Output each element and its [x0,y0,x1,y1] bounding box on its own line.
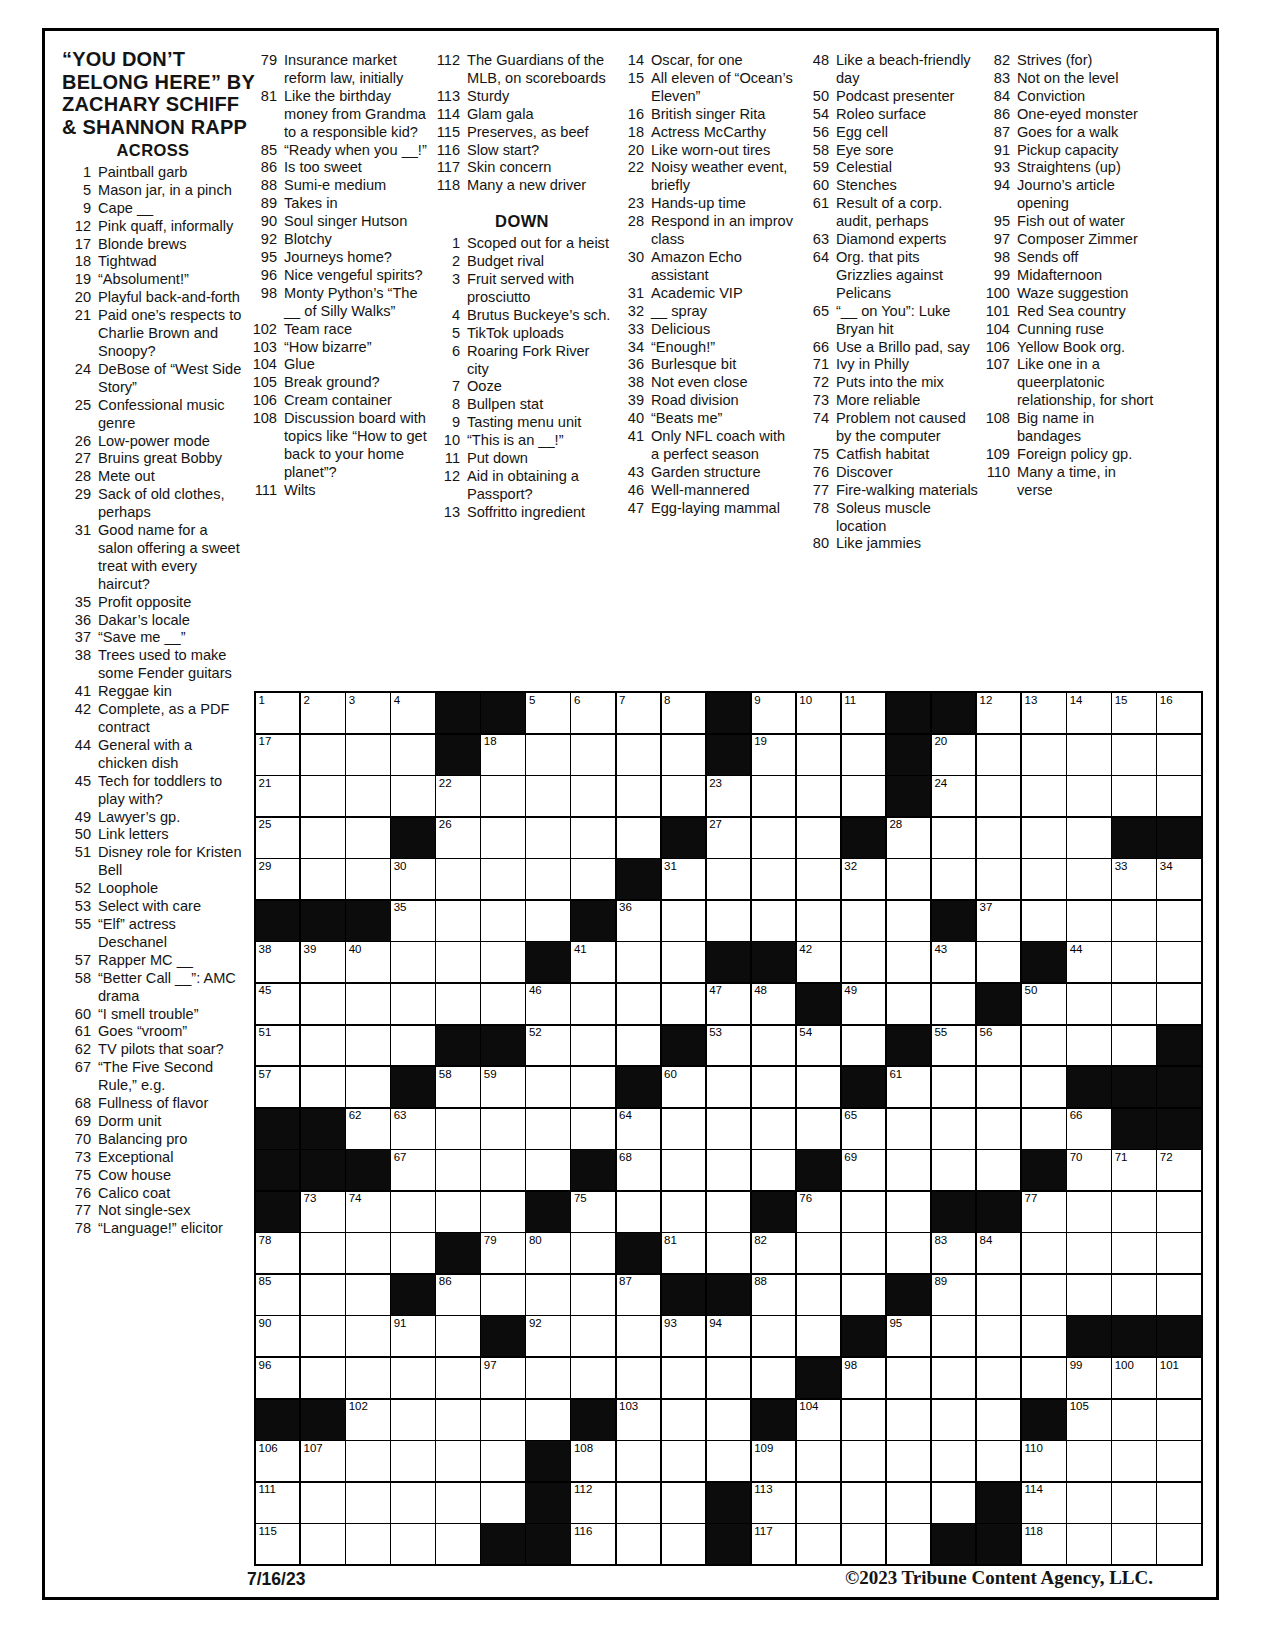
grid-cell[interactable] [526,901,569,941]
grid-cell[interactable] [481,1483,524,1523]
grid-cell[interactable] [707,859,750,899]
grid-cell[interactable] [1112,1524,1155,1564]
grid-cell[interactable] [977,1400,1020,1440]
grid-cell[interactable] [617,1026,660,1066]
grid-cell[interactable] [1022,735,1065,775]
grid-cell[interactable] [436,1400,479,1440]
grid-cell[interactable]: 76 [797,1192,840,1232]
grid-cell[interactable] [571,1275,614,1315]
grid-cell[interactable] [752,818,795,858]
grid-cell[interactable] [526,1400,569,1440]
grid-cell[interactable] [1067,859,1110,899]
grid-cell[interactable] [617,1524,660,1564]
grid-cell[interactable] [526,735,569,775]
grid-cell[interactable] [436,859,479,899]
grid-cell[interactable] [842,1233,885,1273]
grid-cell[interactable] [662,1109,705,1149]
grid-cell[interactable]: 53 [707,1026,750,1066]
grid-cell[interactable] [887,901,930,941]
grid-cell[interactable]: 29 [256,859,299,899]
grid-cell[interactable] [346,776,389,816]
grid-cell[interactable] [617,818,660,858]
grid-cell[interactable] [752,901,795,941]
grid-cell[interactable] [617,1358,660,1398]
grid-cell[interactable] [932,1109,975,1149]
grid-cell[interactable]: 113 [752,1483,795,1523]
grid-cell[interactable] [932,1150,975,1190]
grid-cell[interactable] [436,1524,479,1564]
grid-cell[interactable] [436,984,479,1024]
grid-cell[interactable]: 106 [256,1441,299,1481]
grid-cell[interactable] [662,1400,705,1440]
grid-cell[interactable]: 18 [481,735,524,775]
grid-cell[interactable] [752,776,795,816]
grid-cell[interactable]: 107 [301,1441,344,1481]
grid-cell[interactable]: 91 [391,1316,434,1356]
grid-cell[interactable] [346,1358,389,1398]
grid-cell[interactable] [1067,1233,1110,1273]
grid-cell[interactable]: 99 [1067,1358,1110,1398]
grid-cell[interactable] [1112,942,1155,982]
grid-cell[interactable]: 83 [932,1233,975,1273]
grid-cell[interactable] [301,1233,344,1273]
grid-cell[interactable]: 3 [346,693,389,733]
grid-cell[interactable]: 112 [571,1483,614,1523]
grid-cell[interactable] [346,1316,389,1356]
grid-cell[interactable]: 10 [797,693,840,733]
grid-cell[interactable] [436,1150,479,1190]
grid-cell[interactable]: 31 [662,859,705,899]
grid-cell[interactable] [346,1483,389,1523]
grid-cell[interactable]: 26 [436,818,479,858]
grid-cell[interactable] [391,1192,434,1232]
grid-cell[interactable] [301,1483,344,1523]
grid-cell[interactable] [977,1109,1020,1149]
grid-cell[interactable]: 24 [932,776,975,816]
grid-cell[interactable]: 51 [256,1026,299,1066]
grid-cell[interactable]: 13 [1022,693,1065,733]
grid-cell[interactable] [977,942,1020,982]
grid-cell[interactable] [887,1524,930,1564]
grid-cell[interactable] [1112,1275,1155,1315]
grid-cell[interactable]: 5 [526,693,569,733]
grid-cell[interactable] [977,776,1020,816]
grid-cell[interactable]: 40 [346,942,389,982]
grid-cell[interactable]: 77 [1022,1192,1065,1232]
grid-cell[interactable] [571,1316,614,1356]
grid-cell[interactable] [526,776,569,816]
grid-cell[interactable] [481,818,524,858]
grid-cell[interactable] [887,1192,930,1232]
grid-cell[interactable] [571,735,614,775]
grid-cell[interactable]: 70 [1067,1150,1110,1190]
grid-cell[interactable]: 92 [526,1316,569,1356]
grid-cell[interactable] [842,1192,885,1232]
grid-cell[interactable] [1022,1109,1065,1149]
grid-cell[interactable] [481,1275,524,1315]
grid-cell[interactable] [391,776,434,816]
grid-cell[interactable]: 49 [842,984,885,1024]
grid-cell[interactable] [1112,1441,1155,1481]
grid-cell[interactable] [346,818,389,858]
grid-cell[interactable]: 20 [932,735,975,775]
grid-cell[interactable] [1157,1441,1200,1481]
grid-cell[interactable] [1067,776,1110,816]
grid-cell[interactable] [752,1067,795,1107]
grid-cell[interactable]: 36 [617,901,660,941]
grid-cell[interactable] [391,1400,434,1440]
grid-cell[interactable] [391,735,434,775]
grid-cell[interactable]: 90 [256,1316,299,1356]
grid-cell[interactable] [797,1483,840,1523]
grid-cell[interactable] [797,776,840,816]
grid-cell[interactable] [346,1026,389,1066]
grid-cell[interactable]: 16 [1157,693,1200,733]
grid-cell[interactable]: 59 [481,1067,524,1107]
grid-cell[interactable]: 33 [1112,859,1155,899]
grid-cell[interactable] [932,984,975,1024]
grid-cell[interactable] [617,1483,660,1523]
grid-cell[interactable] [346,735,389,775]
grid-cell[interactable]: 42 [797,942,840,982]
grid-cell[interactable] [1022,901,1065,941]
grid-cell[interactable]: 47 [707,984,750,1024]
grid-cell[interactable]: 88 [752,1275,795,1315]
grid-cell[interactable] [707,901,750,941]
grid-cell[interactable] [1022,1358,1065,1398]
grid-cell[interactable]: 81 [662,1233,705,1273]
grid-cell[interactable] [301,1067,344,1107]
grid-cell[interactable] [571,1067,614,1107]
grid-cell[interactable]: 1 [256,693,299,733]
grid-cell[interactable]: 84 [977,1233,1020,1273]
grid-cell[interactable]: 45 [256,984,299,1024]
grid-cell[interactable]: 85 [256,1275,299,1315]
grid-cell[interactable] [887,984,930,1024]
grid-cell[interactable]: 108 [571,1441,614,1481]
grid-cell[interactable] [662,901,705,941]
grid-cell[interactable]: 67 [391,1150,434,1190]
grid-cell[interactable] [436,1109,479,1149]
grid-cell[interactable] [571,1109,614,1149]
grid-cell[interactable] [887,942,930,982]
grid-cell[interactable] [1112,776,1155,816]
grid-cell[interactable]: 75 [571,1192,614,1232]
grid-cell[interactable] [1022,1316,1065,1356]
grid-cell[interactable] [1022,1233,1065,1273]
grid-cell[interactable]: 17 [256,735,299,775]
grid-cell[interactable] [301,735,344,775]
grid-cell[interactable]: 109 [752,1441,795,1481]
grid-cell[interactable] [1112,735,1155,775]
grid-cell[interactable] [932,1358,975,1398]
grid-cell[interactable]: 117 [752,1524,795,1564]
grid-cell[interactable] [391,1026,434,1066]
grid-cell[interactable] [391,984,434,1024]
grid-cell[interactable] [797,1233,840,1273]
grid-cell[interactable]: 38 [256,942,299,982]
grid-cell[interactable] [932,859,975,899]
grid-cell[interactable] [481,1109,524,1149]
grid-cell[interactable]: 22 [436,776,479,816]
grid-cell[interactable]: 15 [1112,693,1155,733]
grid-cell[interactable] [436,1316,479,1356]
grid-cell[interactable]: 6 [571,693,614,733]
grid-cell[interactable]: 19 [752,735,795,775]
grid-cell[interactable]: 54 [797,1026,840,1066]
grid-cell[interactable] [887,1441,930,1481]
grid-cell[interactable] [707,1233,750,1273]
grid-cell[interactable]: 64 [617,1109,660,1149]
grid-cell[interactable]: 27 [707,818,750,858]
grid-cell[interactable]: 8 [662,693,705,733]
grid-cell[interactable]: 30 [391,859,434,899]
grid-cell[interactable]: 95 [887,1316,930,1356]
grid-cell[interactable] [346,1441,389,1481]
grid-cell[interactable] [391,942,434,982]
grid-cell[interactable]: 118 [1022,1524,1065,1564]
grid-cell[interactable]: 103 [617,1400,660,1440]
grid-cell[interactable]: 21 [256,776,299,816]
grid-cell[interactable] [752,1316,795,1356]
grid-cell[interactable] [1067,1192,1110,1232]
grid-cell[interactable] [571,1026,614,1066]
grid-cell[interactable] [346,859,389,899]
grid-cell[interactable] [1067,901,1110,941]
grid-cell[interactable]: 9 [752,693,795,733]
grid-cell[interactable] [1112,984,1155,1024]
grid-cell[interactable] [1022,1275,1065,1315]
grid-cell[interactable] [662,735,705,775]
grid-cell[interactable] [977,818,1020,858]
grid-cell[interactable] [932,1400,975,1440]
grid-cell[interactable] [707,1067,750,1107]
grid-cell[interactable] [391,1441,434,1481]
grid-cell[interactable]: 52 [526,1026,569,1066]
grid-cell[interactable] [346,1524,389,1564]
grid-cell[interactable]: 34 [1157,859,1200,899]
grid-cell[interactable]: 96 [256,1358,299,1398]
grid-cell[interactable]: 104 [797,1400,840,1440]
grid-cell[interactable] [1157,1233,1200,1273]
grid-cell[interactable] [887,1109,930,1149]
grid-cell[interactable] [662,1358,705,1398]
grid-cell[interactable] [887,1358,930,1398]
grid-cell[interactable] [797,1316,840,1356]
grid-cell[interactable] [436,1483,479,1523]
grid-cell[interactable] [617,1441,660,1481]
grid-cell[interactable] [797,1275,840,1315]
grid-cell[interactable] [617,1192,660,1232]
grid-cell[interactable] [481,1192,524,1232]
grid-cell[interactable]: 50 [1022,984,1065,1024]
grid-cell[interactable] [662,942,705,982]
grid-cell[interactable]: 82 [752,1233,795,1273]
grid-cell[interactable]: 115 [256,1524,299,1564]
grid-cell[interactable] [526,859,569,899]
grid-cell[interactable]: 87 [617,1275,660,1315]
grid-cell[interactable] [752,1150,795,1190]
grid-cell[interactable] [481,1400,524,1440]
grid-cell[interactable] [797,1441,840,1481]
grid-cell[interactable] [662,1192,705,1232]
grid-cell[interactable] [842,735,885,775]
grid-cell[interactable] [301,1358,344,1398]
grid-cell[interactable] [887,1233,930,1273]
grid-cell[interactable]: 2 [301,693,344,733]
grid-cell[interactable] [1112,901,1155,941]
grid-cell[interactable]: 44 [1067,942,1110,982]
grid-cell[interactable]: 69 [842,1150,885,1190]
grid-cell[interactable] [571,818,614,858]
grid-cell[interactable] [1157,735,1200,775]
grid-cell[interactable] [662,984,705,1024]
grid-cell[interactable] [932,818,975,858]
grid-cell[interactable] [481,901,524,941]
grid-cell[interactable] [571,984,614,1024]
grid-cell[interactable] [1157,1483,1200,1523]
grid-cell[interactable] [752,1109,795,1149]
grid-cell[interactable]: 14 [1067,693,1110,733]
grid-cell[interactable] [842,1400,885,1440]
grid-cell[interactable] [1067,1524,1110,1564]
grid-cell[interactable]: 98 [842,1358,885,1398]
grid-cell[interactable] [752,1026,795,1066]
grid-cell[interactable] [617,1316,660,1356]
grid-cell[interactable] [1157,901,1200,941]
grid-cell[interactable] [526,818,569,858]
grid-cell[interactable] [481,776,524,816]
grid-cell[interactable] [1157,776,1200,816]
grid-cell[interactable]: 55 [932,1026,975,1066]
grid-cell[interactable] [797,735,840,775]
grid-cell[interactable]: 37 [977,901,1020,941]
grid-cell[interactable] [301,1275,344,1315]
grid-cell[interactable]: 43 [932,942,975,982]
grid-cell[interactable]: 60 [662,1067,705,1107]
grid-cell[interactable] [1022,1067,1065,1107]
grid-cell[interactable] [481,942,524,982]
grid-cell[interactable]: 68 [617,1150,660,1190]
grid-cell[interactable] [707,1358,750,1398]
grid-cell[interactable] [391,1524,434,1564]
grid-cell[interactable] [662,1524,705,1564]
grid-cell[interactable] [526,1067,569,1107]
grid-cell[interactable] [346,984,389,1024]
grid-cell[interactable]: 102 [346,1400,389,1440]
grid-cell[interactable] [617,984,660,1024]
grid-cell[interactable] [797,818,840,858]
grid-cell[interactable]: 101 [1157,1358,1200,1398]
grid-cell[interactable]: 79 [481,1233,524,1273]
grid-cell[interactable] [481,859,524,899]
grid-cell[interactable] [1157,1524,1200,1564]
grid-cell[interactable] [842,1026,885,1066]
grid-cell[interactable] [1112,1400,1155,1440]
grid-cell[interactable] [1022,776,1065,816]
grid-cell[interactable] [571,859,614,899]
grid-cell[interactable] [977,1067,1020,1107]
grid-cell[interactable] [1067,735,1110,775]
grid-cell[interactable] [662,1441,705,1481]
grid-cell[interactable]: 41 [571,942,614,982]
grid-cell[interactable] [1157,1400,1200,1440]
grid-cell[interactable] [977,735,1020,775]
grid-cell[interactable] [752,1358,795,1398]
grid-cell[interactable]: 62 [346,1109,389,1149]
grid-cell[interactable] [932,1441,975,1481]
grid-cell[interactable]: 73 [301,1192,344,1232]
grid-cell[interactable] [932,1067,975,1107]
grid-cell[interactable]: 11 [842,693,885,733]
grid-cell[interactable] [526,1275,569,1315]
grid-cell[interactable] [797,1067,840,1107]
grid-cell[interactable] [977,859,1020,899]
grid-cell[interactable] [932,1483,975,1523]
grid-cell[interactable] [1022,859,1065,899]
grid-cell[interactable] [571,776,614,816]
grid-cell[interactable] [1022,818,1065,858]
grid-cell[interactable] [436,901,479,941]
grid-cell[interactable] [1067,1275,1110,1315]
grid-cell[interactable]: 114 [1022,1483,1065,1523]
grid-cell[interactable] [887,1400,930,1440]
grid-cell[interactable] [662,1483,705,1523]
grid-cell[interactable] [481,984,524,1024]
grid-cell[interactable] [436,1358,479,1398]
grid-cell[interactable]: 48 [752,984,795,1024]
grid-cell[interactable] [842,1441,885,1481]
grid-cell[interactable] [391,1358,434,1398]
grid-cell[interactable] [707,1192,750,1232]
grid-cell[interactable] [797,1109,840,1149]
grid-cell[interactable] [526,1358,569,1398]
grid-cell[interactable] [1157,1192,1200,1232]
grid-cell[interactable]: 66 [1067,1109,1110,1149]
grid-cell[interactable] [301,818,344,858]
grid-cell[interactable] [526,1150,569,1190]
grid-cell[interactable] [977,1150,1020,1190]
grid-cell[interactable] [842,1524,885,1564]
grid-cell[interactable]: 72 [1157,1150,1200,1190]
grid-cell[interactable] [1067,1026,1110,1066]
grid-cell[interactable]: 86 [436,1275,479,1315]
grid-cell[interactable]: 35 [391,901,434,941]
grid-cell[interactable] [662,1150,705,1190]
grid-cell[interactable]: 23 [707,776,750,816]
grid-cell[interactable]: 74 [346,1192,389,1232]
grid-cell[interactable] [346,1067,389,1107]
grid-cell[interactable] [301,984,344,1024]
grid-cell[interactable] [887,1150,930,1190]
grid-cell[interactable]: 89 [932,1275,975,1315]
grid-cell[interactable] [707,1109,750,1149]
grid-cell[interactable] [842,776,885,816]
grid-cell[interactable]: 78 [256,1233,299,1273]
grid-cell[interactable]: 28 [887,818,930,858]
grid-cell[interactable] [797,1524,840,1564]
grid-cell[interactable] [977,1358,1020,1398]
grid-cell[interactable]: 65 [842,1109,885,1149]
grid-cell[interactable] [1157,984,1200,1024]
grid-cell[interactable] [797,901,840,941]
grid-cell[interactable] [301,776,344,816]
grid-cell[interactable] [617,735,660,775]
grid-cell[interactable] [481,1150,524,1190]
grid-cell[interactable] [571,1358,614,1398]
grid-cell[interactable] [571,1233,614,1273]
grid-cell[interactable] [977,1316,1020,1356]
